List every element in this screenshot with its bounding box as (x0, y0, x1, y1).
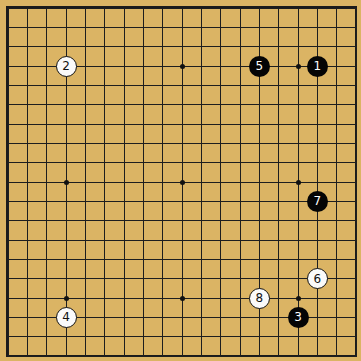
stone-6-R5: 6 (307, 268, 328, 289)
grid-line-horizontal (8, 259, 357, 260)
stone-5-O16: 5 (249, 56, 270, 77)
go-board: 12345678 (0, 0, 361, 361)
grid-line-horizontal (8, 201, 357, 202)
grid-line-vertical (278, 8, 279, 357)
star-point (296, 180, 301, 185)
star-point (296, 296, 301, 301)
grid-line-horizontal (8, 336, 357, 337)
grid-line-horizontal (8, 278, 357, 279)
stone-2-D16: 2 (56, 56, 77, 77)
stone-3-Q3: 3 (288, 307, 309, 328)
stone-1-R16: 1 (307, 56, 328, 77)
stone-8-O4: 8 (249, 288, 270, 309)
star-point (180, 296, 185, 301)
star-point (64, 296, 69, 301)
star-point (296, 64, 301, 69)
grid-line-vertical (220, 8, 221, 357)
grid-line-vertical (201, 8, 202, 357)
star-point (180, 180, 185, 185)
grid-line-horizontal (8, 356, 357, 357)
grid-line-vertical (356, 8, 357, 357)
stone-4-D3: 4 (56, 307, 77, 328)
grid-line-vertical (240, 8, 241, 357)
grid-line-horizontal (8, 220, 357, 221)
grid-line-horizontal (8, 240, 357, 241)
star-point (180, 64, 185, 69)
go-diagram: 12345678 (0, 0, 361, 361)
star-point (64, 180, 69, 185)
grid-line-vertical (336, 8, 337, 357)
stone-7-R9: 7 (307, 191, 328, 212)
